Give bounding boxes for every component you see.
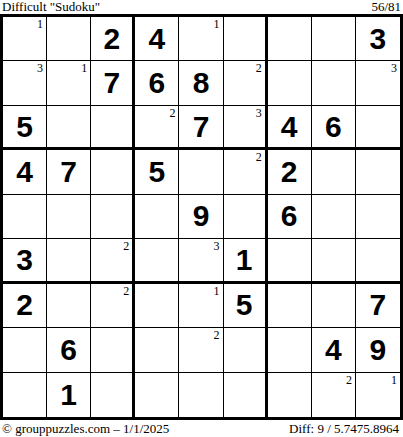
pencil-mark: 3 (37, 61, 43, 75)
pencil-mark: 2 (169, 106, 175, 120)
cell-r1c6[interactable] (224, 17, 268, 61)
given-digit: 7 (60, 157, 77, 187)
sudoku-grid: 1241331768235273464752296323122157624912… (0, 14, 403, 420)
cell-r1c7[interactable] (268, 17, 312, 61)
cell-r9c6[interactable] (224, 373, 268, 417)
cell-r8c2[interactable]: 6 (47, 328, 91, 372)
cell-r6c1[interactable]: 3 (3, 239, 47, 283)
cell-r7c9[interactable]: 7 (356, 284, 400, 328)
given-digit: 7 (103, 68, 120, 98)
cell-r3c4[interactable]: 2 (135, 106, 179, 150)
cell-r3c7[interactable]: 4 (268, 106, 312, 150)
given-digit: 4 (325, 335, 342, 365)
cell-r4c9[interactable] (356, 150, 400, 194)
cell-r9c7[interactable] (268, 373, 312, 417)
cell-r3c5[interactable]: 7 (179, 106, 223, 150)
given-digit: 7 (193, 112, 210, 142)
pencil-mark: 1 (37, 17, 43, 31)
cell-r2c6[interactable]: 2 (224, 61, 268, 105)
cell-r6c5[interactable]: 3 (179, 239, 223, 283)
given-digit: 7 (370, 290, 387, 320)
progress-counter: 56/81 (371, 0, 401, 13)
cell-r9c8[interactable]: 2 (312, 373, 356, 417)
cell-r9c1[interactable] (3, 373, 47, 417)
cell-r1c1[interactable]: 1 (3, 17, 47, 61)
cell-r6c4[interactable] (135, 239, 179, 283)
pencil-mark: 2 (123, 239, 129, 253)
puzzle-title: Difficult "Sudoku" (2, 0, 100, 13)
cell-r7c6[interactable]: 5 (224, 284, 268, 328)
given-digit: 2 (103, 24, 120, 54)
cell-r1c4[interactable]: 4 (135, 17, 179, 61)
cell-r8c6[interactable] (224, 328, 268, 372)
cell-r4c3[interactable] (91, 150, 135, 194)
cell-r7c2[interactable] (47, 284, 91, 328)
cell-r4c1[interactable]: 4 (3, 150, 47, 194)
pencil-mark: 3 (391, 61, 397, 75)
cell-r6c6[interactable]: 1 (224, 239, 268, 283)
given-digit: 5 (236, 290, 253, 320)
given-digit: 6 (325, 112, 342, 142)
copyright-text: © grouppuzzles.com – 1/1/2025 (2, 422, 169, 436)
pencil-mark: 2 (256, 150, 262, 164)
cell-r3c6[interactable]: 3 (224, 106, 268, 150)
given-digit: 4 (149, 24, 166, 54)
difficulty-text: Diff: 9 / 5.7475.8964 (289, 422, 399, 436)
cell-r6c2[interactable] (47, 239, 91, 283)
pencil-mark: 2 (346, 373, 352, 387)
cell-r1c5[interactable]: 1 (179, 17, 223, 61)
cell-r9c9[interactable]: 1 (356, 373, 400, 417)
cell-r1c2[interactable] (47, 17, 91, 61)
cell-r1c9[interactable]: 3 (356, 17, 400, 61)
cell-r8c9[interactable]: 9 (356, 328, 400, 372)
given-digit: 3 (16, 245, 33, 275)
cell-r8c5[interactable]: 2 (179, 328, 223, 372)
cell-r8c4[interactable] (135, 328, 179, 372)
cell-r2c9[interactable]: 3 (356, 61, 400, 105)
cell-r9c5[interactable] (179, 373, 223, 417)
cell-r5c3[interactable] (91, 195, 135, 239)
pencil-mark: 3 (214, 239, 220, 253)
cell-r5c6[interactable] (224, 195, 268, 239)
cell-r5c9[interactable] (356, 195, 400, 239)
cell-r3c8[interactable]: 6 (312, 106, 356, 150)
cell-r8c1[interactable] (3, 328, 47, 372)
given-digit: 3 (370, 24, 387, 54)
cell-r8c3[interactable] (91, 328, 135, 372)
pencil-mark: 1 (81, 61, 87, 75)
cell-r2c8[interactable] (312, 61, 356, 105)
cell-r5c5[interactable]: 9 (179, 195, 223, 239)
pencil-mark: 1 (214, 284, 220, 298)
cell-r6c7[interactable] (268, 239, 312, 283)
cell-r4c4[interactable]: 5 (135, 150, 179, 194)
cell-r3c1[interactable]: 5 (3, 106, 47, 150)
cell-r2c2[interactable]: 1 (47, 61, 91, 105)
given-digit: 4 (281, 112, 298, 142)
cell-r4c7[interactable]: 2 (268, 150, 312, 194)
given-digit: 5 (16, 112, 33, 142)
pencil-mark: 1 (214, 17, 220, 31)
cell-r9c2[interactable]: 1 (47, 373, 91, 417)
pencil-mark: 2 (123, 284, 129, 298)
cell-r2c1[interactable]: 3 (3, 61, 47, 105)
given-digit: 6 (281, 201, 298, 231)
cell-r2c4[interactable]: 6 (135, 61, 179, 105)
cell-r9c3[interactable] (91, 373, 135, 417)
cell-r7c1[interactable]: 2 (3, 284, 47, 328)
cell-r4c6[interactable]: 2 (224, 150, 268, 194)
cell-r7c3[interactable]: 2 (91, 284, 135, 328)
given-digit: 5 (149, 157, 166, 187)
cell-r5c1[interactable] (3, 195, 47, 239)
cell-r8c8[interactable]: 4 (312, 328, 356, 372)
cell-r3c9[interactable] (356, 106, 400, 150)
pencil-mark: 1 (391, 373, 397, 387)
cell-r5c4[interactable] (135, 195, 179, 239)
pencil-mark: 2 (214, 328, 220, 342)
cell-r2c5[interactable]: 8 (179, 61, 223, 105)
cell-r6c8[interactable] (312, 239, 356, 283)
cell-r3c3[interactable] (91, 106, 135, 150)
given-digit: 1 (236, 245, 253, 275)
pencil-mark: 2 (256, 61, 262, 75)
cell-r8c7[interactable] (268, 328, 312, 372)
given-digit: 6 (60, 335, 77, 365)
given-digit: 4 (16, 157, 33, 187)
cell-r3c2[interactable] (47, 106, 91, 150)
header: Difficult "Sudoku" 56/81 (0, 0, 403, 14)
puzzle-page: Difficult "Sudoku" 56/81 124133176823527… (0, 0, 403, 437)
given-digit: 2 (16, 290, 33, 320)
cell-r6c3[interactable]: 2 (91, 239, 135, 283)
given-digit: 2 (281, 157, 298, 187)
cell-r4c5[interactable] (179, 150, 223, 194)
cell-r6c9[interactable] (356, 239, 400, 283)
cell-r9c4[interactable] (135, 373, 179, 417)
cell-r1c3[interactable]: 2 (91, 17, 135, 61)
given-digit: 9 (193, 201, 210, 231)
cell-r7c7[interactable] (268, 284, 312, 328)
cell-r4c8[interactable] (312, 150, 356, 194)
given-digit: 1 (60, 380, 77, 410)
cell-r7c5[interactable]: 1 (179, 284, 223, 328)
cell-r1c8[interactable] (312, 17, 356, 61)
cell-r2c3[interactable]: 7 (91, 61, 135, 105)
pencil-mark: 3 (256, 106, 262, 120)
cell-r4c2[interactable]: 7 (47, 150, 91, 194)
cell-r5c8[interactable] (312, 195, 356, 239)
cell-r5c7[interactable]: 6 (268, 195, 312, 239)
cell-r2c7[interactable] (268, 61, 312, 105)
given-digit: 8 (193, 68, 210, 98)
cell-r7c8[interactable] (312, 284, 356, 328)
cell-r5c2[interactable] (47, 195, 91, 239)
footer: © grouppuzzles.com – 1/1/2025 Diff: 9 / … (0, 420, 403, 437)
cell-r7c4[interactable] (135, 284, 179, 328)
given-digit: 9 (370, 335, 387, 365)
given-digit: 6 (149, 68, 166, 98)
